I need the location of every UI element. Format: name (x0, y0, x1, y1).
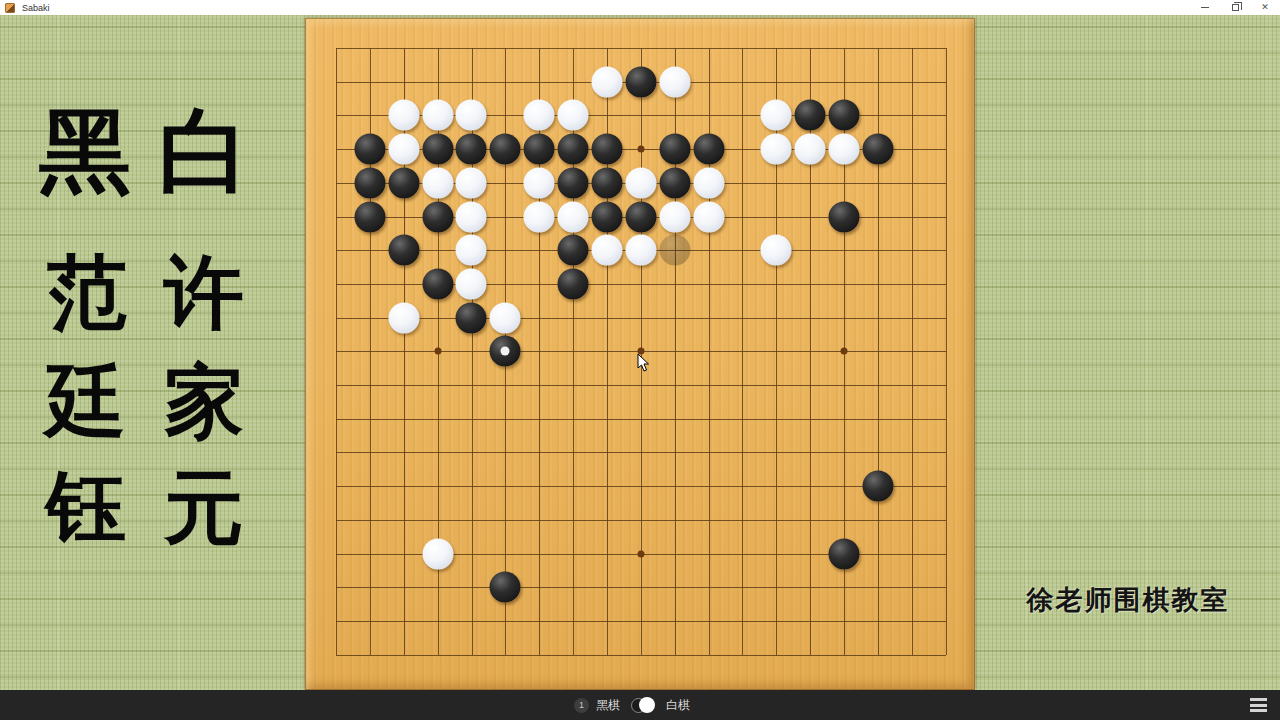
black-stone (422, 134, 453, 165)
black-stone (693, 134, 724, 165)
black-player-name-char3: 钰 (46, 468, 126, 548)
black-stone (591, 167, 622, 198)
star-point (637, 550, 644, 557)
ghost-black-stone (659, 235, 690, 266)
white-stone (524, 100, 555, 131)
white-player-name-char2: 家 (164, 362, 244, 442)
white-stone (659, 201, 690, 232)
grid-line-horizontal (336, 520, 946, 521)
white-stone (524, 167, 555, 198)
black-stone (558, 235, 589, 266)
star-point (434, 348, 441, 355)
white-stone (829, 134, 860, 165)
black-stone (558, 167, 589, 198)
sabaki-app-icon (5, 3, 15, 13)
white-player-name-char1: 许 (164, 253, 244, 333)
black-stone (388, 235, 419, 266)
black-stone (354, 134, 385, 165)
white-stone (388, 134, 419, 165)
black-stone (591, 201, 622, 232)
black-player-name-char1: 范 (47, 253, 127, 333)
grid-line-vertical (912, 48, 913, 655)
black-stone (659, 167, 690, 198)
black-stone (829, 538, 860, 569)
white-stone (761, 134, 792, 165)
black-turn-label[interactable]: 黑棋 (596, 697, 620, 714)
mouse-cursor (637, 353, 650, 372)
grid-line-horizontal (336, 587, 946, 588)
menu-icon (1250, 698, 1267, 701)
grid-line-horizontal (336, 655, 946, 656)
black-stone (422, 268, 453, 299)
white-turn-label[interactable]: 白棋 (666, 697, 690, 714)
star-point (841, 348, 848, 355)
star-point (637, 146, 644, 153)
main-area: 黑 范 廷 钰 白 许 家 元 徐老师围棋教室 (0, 15, 1280, 690)
white-stone (591, 235, 622, 266)
grid-line-vertical (742, 48, 743, 655)
white-stone-icon (639, 697, 655, 713)
white-stone (490, 302, 521, 333)
window-controls: ✕ (1190, 0, 1280, 15)
white-stone (524, 201, 555, 232)
white-stone (795, 134, 826, 165)
last-move-marker (501, 347, 510, 356)
black-stone (558, 268, 589, 299)
black-player-label: 黑 (39, 105, 131, 197)
white-stone (422, 167, 453, 198)
white-stone (558, 100, 589, 131)
move-number-badge: 1 (574, 698, 589, 713)
app-window: Sabaki ✕ 黑 范 廷 钰 白 许 家 元 徐老师围棋教室 (0, 0, 1280, 720)
black-stone (456, 134, 487, 165)
window-title: Sabaki (22, 3, 50, 13)
black-player-name-char2: 廷 (46, 362, 126, 442)
black-stone (795, 100, 826, 131)
black-stone (862, 471, 893, 502)
white-stone (456, 167, 487, 198)
black-stone (625, 201, 656, 232)
black-stone (659, 134, 690, 165)
menu-button[interactable] (1250, 698, 1267, 712)
black-stone (456, 302, 487, 333)
title-bar: Sabaki ✕ (0, 0, 1280, 15)
close-icon: ✕ (1261, 3, 1269, 12)
minimize-button[interactable] (1190, 0, 1220, 15)
white-stone (761, 235, 792, 266)
black-stone (490, 134, 521, 165)
maximize-button[interactable] (1220, 0, 1250, 15)
white-stone (591, 66, 622, 97)
grid-line-horizontal (336, 452, 946, 453)
white-player-label: 白 (158, 105, 250, 197)
grid-line-horizontal (336, 385, 946, 386)
black-stone (490, 572, 521, 603)
white-stone (388, 302, 419, 333)
close-button[interactable]: ✕ (1250, 0, 1280, 15)
black-stone (829, 201, 860, 232)
grid-line-horizontal (336, 621, 946, 622)
white-stone (456, 235, 487, 266)
white-stone (558, 201, 589, 232)
white-stone (422, 538, 453, 569)
minimize-icon (1201, 7, 1209, 8)
white-stone (456, 268, 487, 299)
white-stone (456, 100, 487, 131)
white-stone (625, 235, 656, 266)
white-stone (422, 100, 453, 131)
white-stone (659, 66, 690, 97)
black-stone (422, 201, 453, 232)
black-stone (862, 134, 893, 165)
black-stone (354, 201, 385, 232)
move-info-group: 1 黑棋 白棋 (574, 690, 690, 720)
black-stone (591, 134, 622, 165)
grid-line-horizontal (336, 486, 946, 487)
black-stone (388, 167, 419, 198)
white-stone (693, 201, 724, 232)
black-stone (558, 134, 589, 165)
bottom-bar: 1 黑棋 白棋 (0, 690, 1280, 720)
white-stone (693, 167, 724, 198)
white-stone (761, 100, 792, 131)
black-stone (829, 100, 860, 131)
white-stone (456, 201, 487, 232)
restore-icon (1232, 4, 1239, 11)
black-stone (524, 134, 555, 165)
black-stone (625, 66, 656, 97)
grid-line-horizontal (336, 419, 946, 420)
classroom-watermark: 徐老师围棋教室 (1027, 582, 1230, 618)
grid-line-vertical (946, 48, 947, 655)
black-stone (354, 167, 385, 198)
turn-toggle[interactable] (631, 697, 655, 713)
white-stone (625, 167, 656, 198)
white-stone (388, 100, 419, 131)
white-player-name-char3: 元 (164, 468, 244, 548)
